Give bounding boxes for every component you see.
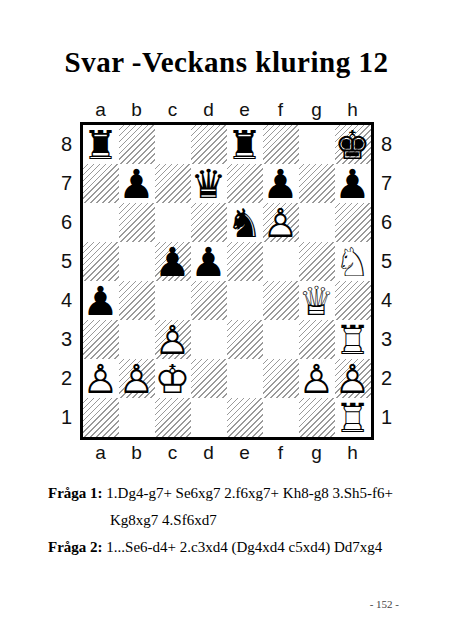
- black-pawn-glyph: ♟: [263, 164, 299, 204]
- rank-label-5: 5: [54, 242, 80, 281]
- question1-moves-line1: 1.Dg4-g7+ Se6xg7 2.f6xg7+ Kh8-g8 3.Sh5-f…: [106, 485, 393, 501]
- white-pawn-glyph: ♙: [119, 359, 155, 399]
- piece-white-rook: ♜♖: [335, 398, 371, 437]
- file-label-e: e: [227, 442, 263, 464]
- square-g8: [299, 125, 335, 164]
- rank-label-7: 7: [54, 164, 80, 203]
- rank-labels-right: 87654321: [374, 122, 400, 440]
- square-a3: [83, 320, 119, 359]
- file-label-d: d: [191, 442, 227, 464]
- white-pawn-glyph: ♙: [155, 320, 191, 360]
- square-e5: [227, 242, 263, 281]
- square-f3: [263, 320, 299, 359]
- piece-white-pawn: ♟♙: [119, 359, 155, 398]
- square-f2: [263, 359, 299, 398]
- square-a8: ♜: [83, 125, 119, 164]
- question2-line: Fråga 2: 1...Se6-d4+ 2.c3xd4 (Dg4xd4 c5x…: [48, 534, 413, 561]
- book-page: Svar -Veckans kluring 12 abcdefgh 876543…: [0, 0, 453, 640]
- rank-label-5: 5: [374, 242, 400, 281]
- rank-label-2: 2: [374, 359, 400, 398]
- rank-label-4: 4: [54, 281, 80, 320]
- square-e1: [227, 398, 263, 437]
- square-f6: ♟♙: [263, 203, 299, 242]
- square-c6: [155, 203, 191, 242]
- piece-white-pawn: ♟♙: [263, 203, 299, 242]
- square-b7: ♟: [119, 164, 155, 203]
- file-label-e: e: [227, 99, 263, 121]
- square-a7: [83, 164, 119, 203]
- square-c1: [155, 398, 191, 437]
- square-h6: [335, 203, 371, 242]
- black-rook-glyph: ♜: [227, 125, 263, 165]
- square-f7: ♟: [263, 164, 299, 203]
- square-b6: [119, 203, 155, 242]
- square-e4: [227, 281, 263, 320]
- black-rook-glyph: ♜: [83, 125, 119, 165]
- white-queen-glyph: ♕: [299, 281, 335, 321]
- square-g2: ♟♙: [299, 359, 335, 398]
- square-h1: ♜♖: [335, 398, 371, 437]
- rank-labels-left: 87654321: [54, 122, 80, 440]
- piece-white-queen: ♛♕: [299, 281, 335, 320]
- square-a1: [83, 398, 119, 437]
- file-label-a: a: [83, 442, 119, 464]
- white-pawn-glyph: ♙: [263, 203, 299, 243]
- white-pawn-glyph: ♙: [335, 359, 371, 399]
- square-h8: ♚: [335, 125, 371, 164]
- file-label-b: b: [119, 442, 155, 464]
- square-h4: [335, 281, 371, 320]
- black-king-glyph: ♚: [335, 125, 371, 165]
- square-e7: [227, 164, 263, 203]
- white-rook-glyph: ♖: [335, 320, 371, 360]
- piece-white-pawn: ♟♙: [299, 359, 335, 398]
- square-b3: [119, 320, 155, 359]
- black-queen-glyph: ♛: [191, 164, 227, 204]
- piece-black-pawn: ♟: [191, 242, 227, 281]
- square-e6: ♞: [227, 203, 263, 242]
- black-pawn-glyph: ♟: [83, 281, 119, 321]
- black-knight-glyph: ♞: [227, 203, 263, 243]
- question2-label: Fråga 2:: [48, 539, 103, 555]
- white-pawn-glyph: ♙: [299, 359, 335, 399]
- square-h7: ♟: [335, 164, 371, 203]
- rank-label-3: 3: [374, 320, 400, 359]
- square-b1: [119, 398, 155, 437]
- square-f8: [263, 125, 299, 164]
- rank-label-6: 6: [374, 203, 400, 242]
- rank-label-7: 7: [374, 164, 400, 203]
- piece-white-pawn: ♟♙: [83, 359, 119, 398]
- file-label-d: d: [191, 99, 227, 121]
- piece-black-pawn: ♟: [335, 164, 371, 203]
- square-c2: ♚♔: [155, 359, 191, 398]
- square-d3: [191, 320, 227, 359]
- square-a5: [83, 242, 119, 281]
- page-number: - 152 -: [370, 598, 399, 610]
- piece-black-queen: ♛: [191, 164, 227, 203]
- question1-label: Fråga 1:: [48, 485, 103, 501]
- black-pawn-glyph: ♟: [335, 164, 371, 204]
- rank-label-2: 2: [54, 359, 80, 398]
- piece-black-pawn: ♟: [83, 281, 119, 320]
- rank-label-1: 1: [374, 398, 400, 437]
- file-label-c: c: [155, 99, 191, 121]
- question2-moves: 1...Se6-d4+ 2.c3xd4 (Dg4xd4 c5xd4) Dd7xg…: [106, 539, 382, 555]
- square-d5: ♟: [191, 242, 227, 281]
- rank-label-1: 1: [54, 398, 80, 437]
- file-label-g: g: [299, 442, 335, 464]
- rank-label-4: 4: [374, 281, 400, 320]
- piece-white-pawn: ♟♙: [335, 359, 371, 398]
- white-pawn-glyph: ♙: [83, 359, 119, 399]
- file-label-f: f: [263, 442, 299, 464]
- rank-label-6: 6: [54, 203, 80, 242]
- piece-white-pawn: ♟♙: [155, 320, 191, 359]
- black-pawn-glyph: ♟: [119, 164, 155, 204]
- file-label-h: h: [335, 99, 371, 121]
- rank-label-8: 8: [54, 125, 80, 164]
- square-g4: ♛♕: [299, 281, 335, 320]
- square-f5: [263, 242, 299, 281]
- solution-text: Fråga 1: 1.Dg4-g7+ Se6xg7 2.f6xg7+ Kh8-g…: [48, 480, 413, 561]
- rank-label-3: 3: [54, 320, 80, 359]
- square-h3: ♜♖: [335, 320, 371, 359]
- piece-black-rook: ♜: [83, 125, 119, 164]
- square-g7: [299, 164, 335, 203]
- square-a4: ♟: [83, 281, 119, 320]
- piece-black-pawn: ♟: [155, 242, 191, 281]
- white-rook-glyph: ♖: [335, 398, 371, 438]
- square-g1: [299, 398, 335, 437]
- square-b2: ♟♙: [119, 359, 155, 398]
- file-labels-top: abcdefgh: [80, 99, 374, 121]
- file-label-f: f: [263, 99, 299, 121]
- piece-white-king: ♚♔: [155, 359, 191, 398]
- square-f4: [263, 281, 299, 320]
- square-d6: [191, 203, 227, 242]
- piece-white-knight: ♞♘: [335, 242, 371, 281]
- square-d7: ♛: [191, 164, 227, 203]
- white-knight-glyph: ♘: [335, 242, 371, 282]
- square-a6: [83, 203, 119, 242]
- piece-black-rook: ♜: [227, 125, 263, 164]
- square-c3: ♟♙: [155, 320, 191, 359]
- file-label-b: b: [119, 99, 155, 121]
- piece-black-pawn: ♟: [119, 164, 155, 203]
- square-d1: [191, 398, 227, 437]
- square-c5: ♟: [155, 242, 191, 281]
- square-c7: [155, 164, 191, 203]
- white-king-glyph: ♔: [155, 359, 191, 399]
- square-d8: [191, 125, 227, 164]
- square-b4: [119, 281, 155, 320]
- square-f1: [263, 398, 299, 437]
- question1-moves-line2: Kg8xg7 4.Sf6xd7: [110, 512, 217, 528]
- square-g3: [299, 320, 335, 359]
- square-c4: [155, 281, 191, 320]
- file-label-a: a: [83, 99, 119, 121]
- rank-label-8: 8: [374, 125, 400, 164]
- square-b5: [119, 242, 155, 281]
- square-b8: [119, 125, 155, 164]
- piece-black-king: ♚: [335, 125, 371, 164]
- square-a2: ♟♙: [83, 359, 119, 398]
- piece-white-rook: ♜♖: [335, 320, 371, 359]
- square-e3: [227, 320, 263, 359]
- square-h5: ♞♘: [335, 242, 371, 281]
- file-label-g: g: [299, 99, 335, 121]
- file-label-c: c: [155, 442, 191, 464]
- square-e8: ♜: [227, 125, 263, 164]
- chess-diagram: abcdefgh 87654321 ♜♜♚♟♛♟♟♞♟♙♟♟♞♘♟♛♕♟♙♜♖♟…: [54, 99, 400, 464]
- square-e2: [227, 359, 263, 398]
- piece-black-knight: ♞: [227, 203, 263, 242]
- piece-black-pawn: ♟: [263, 164, 299, 203]
- question1-line2: Kg8xg7 4.Sf6xd7: [48, 507, 413, 534]
- page-title: Svar -Veckans kluring 12: [0, 46, 453, 79]
- square-c8: [155, 125, 191, 164]
- black-pawn-glyph: ♟: [191, 242, 227, 282]
- square-d2: [191, 359, 227, 398]
- chess-board: ♜♜♚♟♛♟♟♞♟♙♟♟♞♘♟♛♕♟♙♜♖♟♙♟♙♚♔♟♙♟♙♜♖: [80, 122, 374, 440]
- square-h2: ♟♙: [335, 359, 371, 398]
- square-d4: [191, 281, 227, 320]
- file-labels-bottom: abcdefgh: [80, 442, 374, 464]
- square-g5: [299, 242, 335, 281]
- file-label-h: h: [335, 442, 371, 464]
- black-pawn-glyph: ♟: [155, 242, 191, 282]
- square-g6: [299, 203, 335, 242]
- question1-line1: Fråga 1: 1.Dg4-g7+ Se6xg7 2.f6xg7+ Kh8-g…: [48, 480, 413, 507]
